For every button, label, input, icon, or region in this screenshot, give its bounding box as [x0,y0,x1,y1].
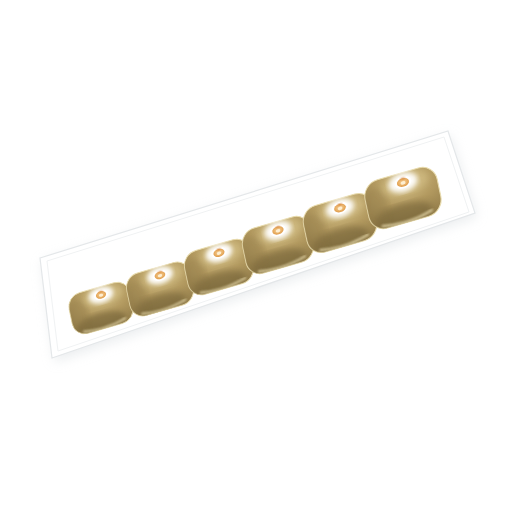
downlight-product-image [0,0,512,512]
product-photo-stage [0,0,512,512]
